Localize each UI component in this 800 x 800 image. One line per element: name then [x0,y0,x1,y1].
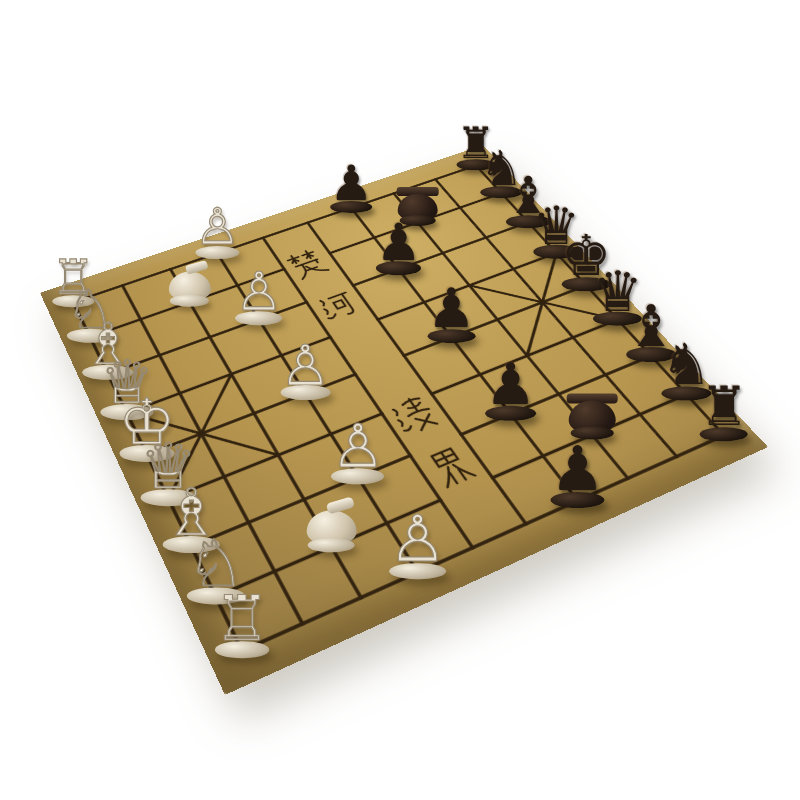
pieces-layer: ♖♘♗♕♔♕♗♘♖♙♙♙♙♙♜♞♝♛♚♛♝♞♜♟♟♟♟♟ [0,0,800,800]
black-soldier-piece[interactable]: ♟ [550,439,605,508]
piece-base [331,468,384,484]
white-soldier-piece[interactable]: ♙ [195,202,240,259]
white-chariot-piece[interactable]: ♖ [214,588,270,658]
piece-base [195,246,239,259]
white-soldier-piece[interactable]: ♙ [235,266,283,326]
piece-base [215,642,270,658]
white-cannon-piece[interactable] [306,502,357,552]
piece-base [551,492,605,508]
black-soldier-piece[interactable]: ♟ [485,356,537,421]
piece-base [427,329,475,343]
chariot-glyph: ♖ [214,588,270,650]
piece-base [389,563,446,580]
white-soldier-piece[interactable]: ♙ [331,417,385,484]
white-soldier-piece[interactable]: ♙ [389,507,447,579]
piece-base [170,295,209,307]
piece-base [330,201,373,214]
black-soldier-piece[interactable]: ♟ [329,159,373,214]
piece-base [376,261,421,274]
piece-base [235,312,282,326]
scene: 楚河 漢界 ♖♘♗♕♔♕♗♘♖♙♙♙♙♙♜♞♝♛♚♛♝♞♜♟♟♟♟♟ [0,0,800,800]
piece-base [700,427,748,441]
piece-base [281,385,331,400]
white-cannon-piece[interactable] [168,265,210,306]
black-chariot-piece[interactable]: ♜ [700,381,749,442]
white-soldier-piece[interactable]: ♙ [280,337,331,400]
black-soldier-piece[interactable]: ♟ [427,283,476,344]
piece-base [308,538,355,552]
piece-base [485,405,536,420]
black-soldier-piece[interactable]: ♟ [375,217,421,275]
